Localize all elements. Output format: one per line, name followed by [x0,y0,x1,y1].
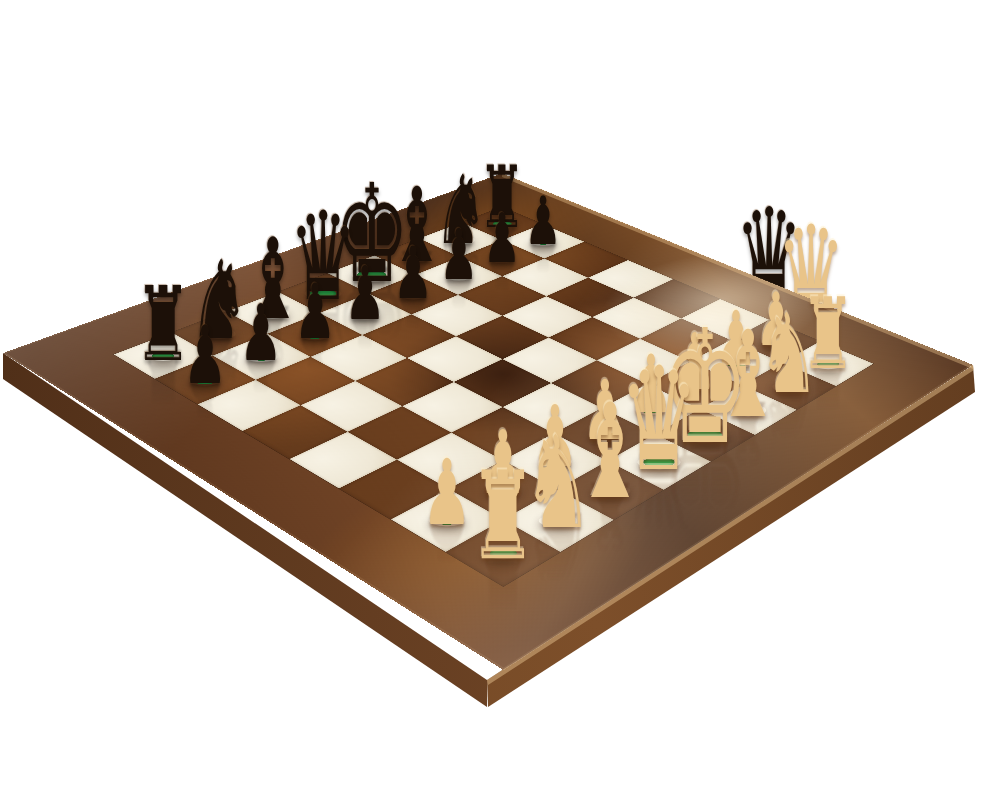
chess-board [3,173,973,670]
photo-backdrop: ♛♛ ♜♞♟♝♟♚♟♛♟♝♟♞♟♟♜♟♟♜♟♟♞♟♝♟♚♟♛♟♝♟♞♜ ♜♞♟♝… [0,0,1000,800]
board-grid [113,207,873,587]
